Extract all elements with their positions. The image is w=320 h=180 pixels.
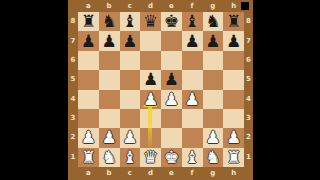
square-d5[interactable]: ♟ [140, 70, 161, 89]
square-b2[interactable]: ♟ [99, 128, 120, 147]
piece-white-pawn[interactable]: ♟ [102, 129, 117, 146]
square-c7[interactable]: ♟ [120, 31, 141, 50]
square-d6[interactable] [140, 51, 161, 70]
piece-white-pawn[interactable]: ♟ [143, 91, 158, 108]
file-label-d: d [140, 0, 161, 12]
square-f1[interactable]: ♝ [182, 148, 203, 167]
square-c6[interactable] [120, 51, 141, 70]
square-h1[interactable]: ♜ [223, 148, 244, 167]
rank-label-1: 1 [244, 148, 253, 167]
piece-white-bishop[interactable]: ♝ [122, 149, 137, 166]
rank-label-7: 7 [68, 31, 78, 50]
file-label-h: h [223, 167, 244, 180]
square-c4[interactable] [120, 90, 141, 109]
rank-label-5: 5 [244, 70, 253, 89]
square-f7[interactable]: ♟ [182, 31, 203, 50]
square-a8[interactable]: ♜ [78, 12, 99, 31]
square-h2[interactable]: ♟ [223, 128, 244, 147]
rank-label-3: 3 [68, 109, 78, 128]
square-c5[interactable] [120, 70, 141, 89]
board-grid: ♜♞♝♛♚♝♞♜♟♟♟♟♟♟♟♟♟♟♟♟♟♟♟♟♜♞♝♛♚♝♞♜ [78, 12, 244, 167]
piece-white-knight[interactable]: ♞ [205, 149, 220, 166]
square-f4[interactable]: ♟ [182, 90, 203, 109]
piece-black-pawn[interactable]: ♟ [185, 33, 200, 50]
square-e3[interactable] [161, 109, 182, 128]
file-label-b: b [99, 167, 120, 180]
rank-labels-right: 87654321 [244, 12, 253, 167]
square-e5[interactable]: ♟ [161, 70, 182, 89]
square-e1[interactable]: ♚ [161, 148, 182, 167]
rank-label-2: 2 [244, 128, 253, 147]
square-a2[interactable]: ♟ [78, 128, 99, 147]
file-labels-top: abcdefgh [78, 0, 244, 12]
square-d7[interactable] [140, 31, 161, 50]
piece-white-knight[interactable]: ♞ [102, 149, 117, 166]
piece-black-bishop[interactable]: ♝ [185, 13, 200, 30]
square-g2[interactable]: ♟ [203, 128, 224, 147]
square-b7[interactable]: ♟ [99, 31, 120, 50]
square-f2[interactable] [182, 128, 203, 147]
square-g5[interactable] [203, 70, 224, 89]
piece-black-rook[interactable]: ♜ [226, 13, 241, 30]
square-h7[interactable]: ♟ [223, 31, 244, 50]
file-label-c: c [120, 0, 141, 12]
letterbox-background: abcdefgh 87654321 ♜♞♝♛♚♝♞♜♟♟♟♟♟♟♟♟♟♟♟♟♟♟… [0, 0, 320, 180]
piece-black-pawn[interactable]: ♟ [102, 33, 117, 50]
file-label-e: e [161, 0, 182, 12]
rank-label-8: 8 [244, 12, 253, 31]
square-f5[interactable] [182, 70, 203, 89]
rank-label-4: 4 [244, 90, 253, 109]
piece-white-pawn[interactable]: ♟ [185, 91, 200, 108]
black-to-move-indicator [241, 2, 249, 10]
square-f3[interactable] [182, 109, 203, 128]
square-e2[interactable] [161, 128, 182, 147]
piece-black-pawn[interactable]: ♟ [81, 33, 96, 50]
square-c8[interactable]: ♝ [120, 12, 141, 31]
piece-black-pawn[interactable]: ♟ [226, 33, 241, 50]
square-g3[interactable] [203, 109, 224, 128]
last-move-arrow-line [148, 104, 152, 151]
piece-white-bishop[interactable]: ♝ [185, 149, 200, 166]
square-d8[interactable]: ♛ [140, 12, 161, 31]
piece-white-pawn[interactable]: ♟ [164, 91, 179, 108]
square-h3[interactable] [223, 109, 244, 128]
square-a4[interactable] [78, 90, 99, 109]
rank-label-6: 6 [244, 51, 253, 70]
piece-white-pawn[interactable]: ♟ [226, 129, 241, 146]
piece-black-queen[interactable]: ♛ [143, 13, 158, 30]
rank-label-4: 4 [68, 90, 78, 109]
rank-label-8: 8 [68, 12, 78, 31]
square-f6[interactable] [182, 51, 203, 70]
piece-white-king[interactable]: ♚ [164, 149, 179, 166]
square-e4[interactable]: ♟ [161, 90, 182, 109]
square-a1[interactable]: ♜ [78, 148, 99, 167]
square-f8[interactable]: ♝ [182, 12, 203, 31]
square-b1[interactable]: ♞ [99, 148, 120, 167]
piece-white-rook[interactable]: ♜ [226, 149, 241, 166]
piece-black-knight[interactable]: ♞ [205, 13, 220, 30]
square-c2[interactable]: ♟ [120, 128, 141, 147]
rank-label-2: 2 [68, 128, 78, 147]
file-label-a: a [78, 0, 99, 12]
file-label-d: d [140, 167, 161, 180]
file-label-f: f [182, 167, 203, 180]
piece-black-bishop[interactable]: ♝ [122, 13, 137, 30]
file-label-f: f [182, 0, 203, 12]
piece-black-pawn[interactable]: ♟ [164, 71, 179, 88]
rank-labels-left: 87654321 [68, 12, 78, 167]
rank-label-5: 5 [68, 70, 78, 89]
square-c3[interactable] [120, 109, 141, 128]
file-label-c: c [120, 167, 141, 180]
piece-white-pawn[interactable]: ♟ [81, 129, 96, 146]
square-e7[interactable] [161, 31, 182, 50]
file-label-g: g [203, 167, 224, 180]
chess-board-panel: abcdefgh 87654321 ♜♞♝♛♚♝♞♜♟♟♟♟♟♟♟♟♟♟♟♟♟♟… [68, 0, 253, 180]
file-label-a: a [78, 167, 99, 180]
rank-label-6: 6 [68, 51, 78, 70]
rank-label-7: 7 [244, 31, 253, 50]
piece-black-pawn[interactable]: ♟ [122, 33, 137, 50]
square-g8[interactable]: ♞ [203, 12, 224, 31]
piece-black-pawn[interactable]: ♟ [143, 71, 158, 88]
piece-white-pawn[interactable]: ♟ [205, 129, 220, 146]
square-g7[interactable]: ♟ [203, 31, 224, 50]
square-e6[interactable] [161, 51, 182, 70]
file-label-b: b [99, 0, 120, 12]
piece-white-pawn[interactable]: ♟ [122, 129, 137, 146]
piece-black-king[interactable]: ♚ [164, 13, 179, 30]
piece-white-rook[interactable]: ♜ [81, 149, 96, 166]
file-label-g: g [203, 0, 224, 12]
square-g1[interactable]: ♞ [203, 148, 224, 167]
file-label-e: e [161, 167, 182, 180]
square-h4[interactable] [223, 90, 244, 109]
square-h8[interactable]: ♜ [223, 12, 244, 31]
square-a6[interactable] [78, 51, 99, 70]
piece-black-rook[interactable]: ♜ [81, 13, 96, 30]
piece-black-pawn[interactable]: ♟ [205, 33, 220, 50]
square-a3[interactable] [78, 109, 99, 128]
piece-black-knight[interactable]: ♞ [102, 13, 117, 30]
square-a7[interactable]: ♟ [78, 31, 99, 50]
square-b8[interactable]: ♞ [99, 12, 120, 31]
square-g6[interactable] [203, 51, 224, 70]
square-h5[interactable] [223, 70, 244, 89]
piece-white-queen[interactable]: ♛ [143, 149, 158, 166]
rank-label-1: 1 [68, 148, 78, 167]
square-d1[interactable]: ♛ [140, 148, 161, 167]
file-labels-bottom: abcdefgh [78, 167, 244, 180]
square-b3[interactable] [99, 109, 120, 128]
square-c1[interactable]: ♝ [120, 148, 141, 167]
square-b6[interactable] [99, 51, 120, 70]
square-d4[interactable]: ♟ [140, 90, 161, 109]
square-b5[interactable] [99, 70, 120, 89]
square-a5[interactable] [78, 70, 99, 89]
square-g4[interactable] [203, 90, 224, 109]
square-b4[interactable] [99, 90, 120, 109]
square-h6[interactable] [223, 51, 244, 70]
rank-label-3: 3 [244, 109, 253, 128]
square-e8[interactable]: ♚ [161, 12, 182, 31]
